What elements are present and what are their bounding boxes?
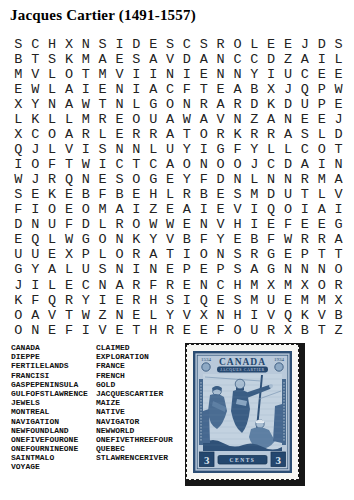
grid-cell: F — [195, 233, 212, 248]
grid-cell: J — [330, 112, 347, 127]
grid-cell: E — [179, 218, 196, 233]
word-list-item: GOLD — [96, 380, 173, 389]
stamp-year-right: 1934 — [274, 357, 285, 362]
grid-cell: P — [77, 248, 94, 263]
word-list-item: NAVIGATION — [11, 417, 88, 426]
grid-cell: N — [128, 142, 145, 157]
grid-cell: U — [263, 293, 280, 308]
grid-cell: A — [195, 112, 212, 127]
word-list-item: QUEBEC — [96, 444, 173, 453]
grid-cell: G — [263, 263, 280, 278]
grid-cell: L — [44, 67, 61, 82]
grid-cell: E — [162, 203, 179, 218]
grid-cell: A — [44, 263, 61, 278]
word-list-item: VOYAGE — [11, 462, 88, 471]
grid-cell: S — [330, 37, 347, 52]
grid-cell: O — [229, 37, 246, 52]
grid-cell: O — [212, 157, 229, 172]
grid-cell: R — [162, 323, 179, 338]
grid-cell: M — [77, 52, 94, 67]
grid-cell: E — [280, 37, 297, 52]
grid-cell: S — [10, 187, 27, 202]
grid-cell: D — [263, 52, 280, 67]
grid-cell: K — [296, 308, 313, 323]
grid-cell: A — [330, 233, 347, 248]
grid-cell: H — [44, 37, 61, 52]
grid-cell: G — [212, 142, 229, 157]
grid-cell: L — [94, 127, 111, 142]
grid-cell: N — [212, 67, 229, 82]
grid-cell: E — [61, 187, 78, 202]
grid-cell: N — [280, 172, 297, 187]
grid-cell: L — [313, 187, 330, 202]
grid-cell: E — [111, 127, 128, 142]
grid-cell: H — [229, 218, 246, 233]
grid-cell: R — [128, 293, 145, 308]
grid-cell: Q — [195, 293, 212, 308]
grid-cell: E — [61, 203, 78, 218]
word-list-item: JEWELS — [11, 398, 88, 407]
grid-cell: F — [179, 82, 196, 97]
grid-cell: L — [44, 82, 61, 97]
grid-cell: X — [263, 82, 280, 97]
grid-cell: A — [111, 203, 128, 218]
grid-cell: G — [263, 248, 280, 263]
grid-cell: Z — [94, 308, 111, 323]
grid-cell: W — [280, 233, 297, 248]
grid-cell: A — [27, 308, 44, 323]
grid-cell: O — [61, 67, 78, 82]
grid-cell: V — [263, 308, 280, 323]
grid-cell: S — [296, 127, 313, 142]
grid-cell: I — [179, 248, 196, 263]
grid-cell: E — [111, 293, 128, 308]
grid-cell: I — [313, 52, 330, 67]
word-list-item: MONTREAL — [11, 407, 88, 416]
grid-cell: N — [111, 82, 128, 97]
grid-cell: M — [77, 112, 94, 127]
grid-cell: S — [229, 187, 246, 202]
grid-cell: A — [263, 112, 280, 127]
grid-cell: J — [27, 172, 44, 187]
grid-cell: E — [263, 218, 280, 233]
grid-cell: X — [61, 248, 78, 263]
word-search-grid: SCHXNSIDESCSROLEEJDSBTSKMAESAVDANCCDZAIL… — [10, 37, 347, 338]
grid-cell: J — [296, 37, 313, 52]
grid-cell: N — [44, 97, 61, 112]
grid-cell: Y — [246, 67, 263, 82]
grid-cell: C — [263, 157, 280, 172]
grid-cell: E — [212, 293, 229, 308]
stamp-year-left: 1534 — [201, 357, 212, 362]
grid-cell: W — [27, 82, 44, 97]
grid-cell: N — [280, 112, 297, 127]
grid-cell: C — [145, 157, 162, 172]
grid-cell: C — [111, 157, 128, 172]
grid-cell: N — [111, 97, 128, 112]
stamp-engraving: 1534 1934 CANADA JACQUES CARTIER — [193, 351, 292, 473]
grid-cell: I — [10, 157, 27, 172]
grid-cell: S — [128, 52, 145, 67]
grid-cell: G — [330, 218, 347, 233]
grid-cell: N — [229, 112, 246, 127]
grid-cell: Z — [330, 323, 347, 338]
grid-cell: U — [10, 248, 27, 263]
word-list-item: NEWWORLD — [96, 426, 173, 435]
stamp-country-label: CANADA — [219, 357, 266, 367]
grid-cell: Y — [179, 142, 196, 157]
grid-cell: E — [313, 112, 330, 127]
grid-cell: O — [330, 263, 347, 278]
grid-cell: D — [10, 218, 27, 233]
grid-cell: B — [111, 187, 128, 202]
word-list-item: CLAIMED — [96, 343, 173, 352]
word-list-item: JACQUESCARTIER — [96, 389, 173, 398]
grid-cell: O — [128, 172, 145, 187]
grid-cell: E — [263, 37, 280, 52]
grid-cell: H — [229, 278, 246, 293]
grid-cell: Q — [263, 203, 280, 218]
grid-cell: N — [313, 263, 330, 278]
grid-cell: D — [280, 157, 297, 172]
grid-cell: I — [246, 308, 263, 323]
grid-cell: U — [145, 112, 162, 127]
grid-cell: N — [162, 67, 179, 82]
grid-cell: E — [212, 187, 229, 202]
grid-cell: S — [195, 37, 212, 52]
grid-cell: T — [330, 248, 347, 263]
grid-cell: R — [313, 233, 330, 248]
grid-cell: F — [44, 157, 61, 172]
grid-cell: E — [296, 218, 313, 233]
grid-cell: O — [280, 203, 297, 218]
grid-cell: G — [145, 172, 162, 187]
grid-cell: I — [77, 142, 94, 157]
grid-cell: F — [229, 142, 246, 157]
grid-cell: G — [145, 97, 162, 112]
grid-cell: Y — [145, 233, 162, 248]
grid-cell: T — [128, 157, 145, 172]
grid-cell: R — [229, 97, 246, 112]
grid-cell: T — [94, 97, 111, 112]
grid-cell: N — [280, 263, 297, 278]
grid-cell: Y — [77, 293, 94, 308]
grid-cell: W — [179, 112, 196, 127]
grid-cell: O — [44, 127, 61, 142]
grid-cell: X — [280, 323, 297, 338]
grid-cell: A — [145, 52, 162, 67]
grid-cell: M — [246, 293, 263, 308]
grid-cell: W — [145, 218, 162, 233]
grid-cell: O — [44, 203, 61, 218]
grid-cell: F — [145, 278, 162, 293]
grid-cell: E — [10, 233, 27, 248]
grid-cell: C — [27, 37, 44, 52]
grid-cell: L — [280, 142, 297, 157]
grid-cell: B — [77, 187, 94, 202]
grid-cell: C — [212, 278, 229, 293]
grid-cell: R — [162, 278, 179, 293]
grid-cell: I — [128, 82, 145, 97]
word-list-item: NEWFOUNDLAND — [11, 426, 88, 435]
grid-cell: V — [94, 323, 111, 338]
grid-cell: O — [111, 248, 128, 263]
grid-cell: V — [229, 203, 246, 218]
grid-cell: I — [313, 157, 330, 172]
grid-cell: N — [111, 233, 128, 248]
grid-cell: N — [195, 157, 212, 172]
grid-cell: V — [27, 67, 44, 82]
grid-cell: O — [179, 157, 196, 172]
grid-cell: V — [313, 308, 330, 323]
grid-cell: I — [94, 157, 111, 172]
grid-cell: I — [27, 278, 44, 293]
grid-cell: I — [330, 203, 347, 218]
grid-cell: L — [44, 112, 61, 127]
stamp-perforation-bottom — [185, 478, 300, 482]
grid-cell: C — [27, 127, 44, 142]
grid-cell: I — [128, 263, 145, 278]
grid-cell: A — [162, 112, 179, 127]
grid-cell: L — [10, 112, 27, 127]
word-list-item: ONEFOURNINEONE — [11, 444, 88, 453]
grid-cell: N — [111, 142, 128, 157]
grid-cell: Z — [280, 52, 297, 67]
grid-cell: V — [212, 218, 229, 233]
grid-cell: G — [77, 233, 94, 248]
grid-cell: I — [77, 323, 94, 338]
grid-cell: L — [330, 52, 347, 67]
grid-cell: O — [128, 218, 145, 233]
grid-cell: Z — [145, 203, 162, 218]
grid-cell: N — [212, 308, 229, 323]
grid-cell: E — [280, 293, 297, 308]
grid-cell: T — [296, 187, 313, 202]
grid-cell: N — [27, 218, 44, 233]
grid-cell: U — [296, 97, 313, 112]
grid-cell: O — [27, 157, 44, 172]
grid-cell: S — [94, 37, 111, 52]
grid-cell: P — [313, 82, 330, 97]
grid-cell: E — [111, 112, 128, 127]
stamp-perforation-left — [184, 343, 188, 481]
grid-cell: A — [61, 97, 78, 112]
grid-cell: Q — [10, 142, 27, 157]
grid-cell: N — [111, 308, 128, 323]
grid-cell: D — [212, 172, 229, 187]
grid-cell: F — [61, 323, 78, 338]
grid-cell: T — [162, 248, 179, 263]
grid-cell: T — [195, 82, 212, 97]
grid-cell: W — [10, 172, 27, 187]
grid-cell: W — [77, 157, 94, 172]
grid-cell: R — [94, 112, 111, 127]
grid-cell: D — [330, 127, 347, 142]
grid-cell: D — [263, 187, 280, 202]
grid-cell: K — [61, 52, 78, 67]
grid-cell: M — [246, 187, 263, 202]
grid-cell: S — [111, 172, 128, 187]
grid-cell: V — [162, 233, 179, 248]
grid-cell: U — [246, 323, 263, 338]
grid-cell: Y — [162, 308, 179, 323]
grid-cell: T — [179, 127, 196, 142]
grid-cell: S — [229, 263, 246, 278]
grid-cell: O — [10, 323, 27, 338]
grid-cell: I — [195, 203, 212, 218]
grid-cell: E — [128, 187, 145, 202]
grid-cell: D — [179, 52, 196, 67]
grid-cell: A — [195, 52, 212, 67]
grid-cell: N — [229, 172, 246, 187]
grid-cell: H — [145, 293, 162, 308]
grid-cell: O — [94, 233, 111, 248]
grid-cell: E — [94, 172, 111, 187]
grid-cell: E — [179, 278, 196, 293]
grid-cell: Z — [246, 112, 263, 127]
grid-cell: S — [10, 37, 27, 52]
grid-cell: N — [145, 263, 162, 278]
grid-cell: A — [61, 127, 78, 142]
grid-cell: O — [195, 248, 212, 263]
grid-cell: R — [212, 37, 229, 52]
grid-cell: L — [246, 37, 263, 52]
grid-cell: U — [44, 218, 61, 233]
grid-cell: O — [313, 278, 330, 293]
word-list-item: GASPEPENINSULA — [11, 380, 88, 389]
grid-cell: F — [94, 187, 111, 202]
grid-cell: C — [246, 52, 263, 67]
grid-cell: P — [212, 263, 229, 278]
grid-cell: F — [212, 323, 229, 338]
word-list-item: FRANCE — [96, 361, 173, 370]
grid-cell: R — [296, 233, 313, 248]
grid-cell: T — [27, 52, 44, 67]
grid-cell: F — [195, 172, 212, 187]
grid-cell: I — [128, 67, 145, 82]
grid-cell: E — [313, 67, 330, 82]
word-list-column-2: CLAIMEDEXPLORATIONFRANCEFRENCHGOLDJACQUE… — [96, 343, 173, 462]
word-list-item: SAINTMALO — [11, 453, 88, 462]
grid-cell: E — [94, 82, 111, 97]
grid-cell: C — [296, 142, 313, 157]
grid-cell: P — [179, 263, 196, 278]
grid-cell: A — [246, 263, 263, 278]
grid-cell: A — [296, 52, 313, 67]
grid-cell: A — [111, 278, 128, 293]
grid-cell: W — [77, 97, 94, 112]
grid-cell: D — [313, 37, 330, 52]
grid-cell: T — [61, 308, 78, 323]
grid-cell: D — [77, 218, 94, 233]
grid-cell: Y — [212, 233, 229, 248]
grid-cell: I — [246, 203, 263, 218]
grid-cell: L — [145, 308, 162, 323]
grid-cell: F — [27, 293, 44, 308]
grid-cell: L — [162, 187, 179, 202]
stamp-value-right: 3 — [276, 454, 282, 466]
grid-cell: I — [128, 203, 145, 218]
grid-cell: X — [10, 127, 27, 142]
grid-cell: Y — [27, 263, 44, 278]
grid-cell: L — [61, 263, 78, 278]
grid-cell: O — [77, 203, 94, 218]
worksheet-page: { "game": "word-search", "title": "Jacqu… — [0, 0, 354, 500]
grid-cell: N — [111, 263, 128, 278]
grid-cell: N — [263, 172, 280, 187]
word-list-item: NATIVE — [96, 407, 173, 416]
grid-cell: R — [111, 218, 128, 233]
grid-cell: J — [27, 142, 44, 157]
grid-cell: M — [94, 67, 111, 82]
grid-cell: T — [330, 142, 347, 157]
grid-cell: N — [195, 218, 212, 233]
grid-cell: M — [313, 172, 330, 187]
word-list-item: EXPLORATION — [96, 352, 173, 361]
grid-cell: P — [296, 248, 313, 263]
grid-cell: N — [195, 278, 212, 293]
stamp-value-left: 3 — [204, 454, 210, 466]
grid-cell: R — [128, 248, 145, 263]
grid-cell: L — [94, 248, 111, 263]
grid-cell: J — [280, 82, 297, 97]
grid-cell: L — [44, 142, 61, 157]
grid-cell: Q — [44, 293, 61, 308]
grid-cell: Y — [179, 172, 196, 187]
grid-cell: T — [313, 248, 330, 263]
word-list-item: STLAWRENCERIVER — [96, 453, 173, 462]
grid-cell: E — [330, 97, 347, 112]
grid-cell: B — [296, 323, 313, 338]
grid-cell: E — [179, 323, 196, 338]
grid-cell: I — [27, 203, 44, 218]
grid-cell: R — [128, 278, 145, 293]
grid-cell: V — [179, 308, 196, 323]
grid-cell: E — [128, 308, 145, 323]
grid-cell: R — [77, 127, 94, 142]
word-list-item: ONEFIVETHREEFOUR — [96, 435, 173, 444]
stamp-unit-label: CENTS — [230, 457, 256, 463]
grid-cell: N — [330, 157, 347, 172]
stamp-image: 1534 1934 CANADA JACQUES CARTIER — [185, 343, 305, 486]
grid-cell: S — [44, 52, 61, 67]
grid-cell: V — [44, 308, 61, 323]
grid-cell: A — [162, 157, 179, 172]
grid-cell: R — [179, 187, 196, 202]
grid-cell: A — [61, 82, 78, 97]
grid-cell: O — [229, 157, 246, 172]
grid-cell: B — [179, 233, 196, 248]
grid-cell: W — [77, 308, 94, 323]
grid-cell: R — [330, 278, 347, 293]
grid-cell: R — [128, 127, 145, 142]
grid-cell: U — [280, 187, 297, 202]
grid-cell: I — [145, 67, 162, 82]
grid-cell: V — [212, 112, 229, 127]
grid-cell: K — [229, 127, 246, 142]
word-list-item: NAVIGATOR — [96, 417, 173, 426]
grid-cell: C — [77, 278, 94, 293]
grid-cell: M — [94, 203, 111, 218]
grid-cell: G — [10, 263, 27, 278]
grid-cell: S — [229, 293, 246, 308]
grid-cell: Q — [280, 308, 297, 323]
grid-cell: S — [229, 248, 246, 263]
word-list-item: GULFOFSTLAWRENCE — [11, 389, 88, 398]
grid-cell: K — [44, 187, 61, 202]
grid-cell: E — [44, 323, 61, 338]
grid-cell: S — [94, 142, 111, 157]
